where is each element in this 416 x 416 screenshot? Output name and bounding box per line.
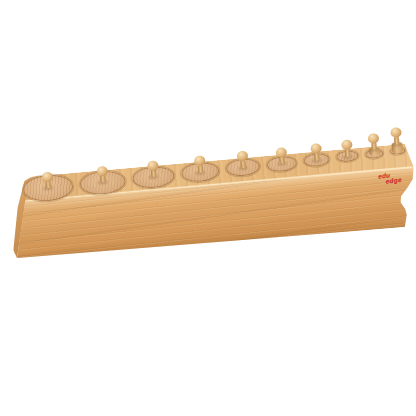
product-photo: edu edge [0,0,416,416]
cylinder-3-knob [147,160,159,171]
cylinders-layer [9,143,416,266]
cylinder-1-knob [41,171,53,182]
cylinder-8-knob [341,140,353,151]
cylinder-block: edu edge [9,143,416,266]
cylinder-9-knob [367,133,379,144]
cylinder-2-knob [96,166,108,177]
cylinder-10-knob [390,127,402,138]
cylinder-6-knob [275,147,287,158]
brand-logo-line2: edge [385,176,405,184]
